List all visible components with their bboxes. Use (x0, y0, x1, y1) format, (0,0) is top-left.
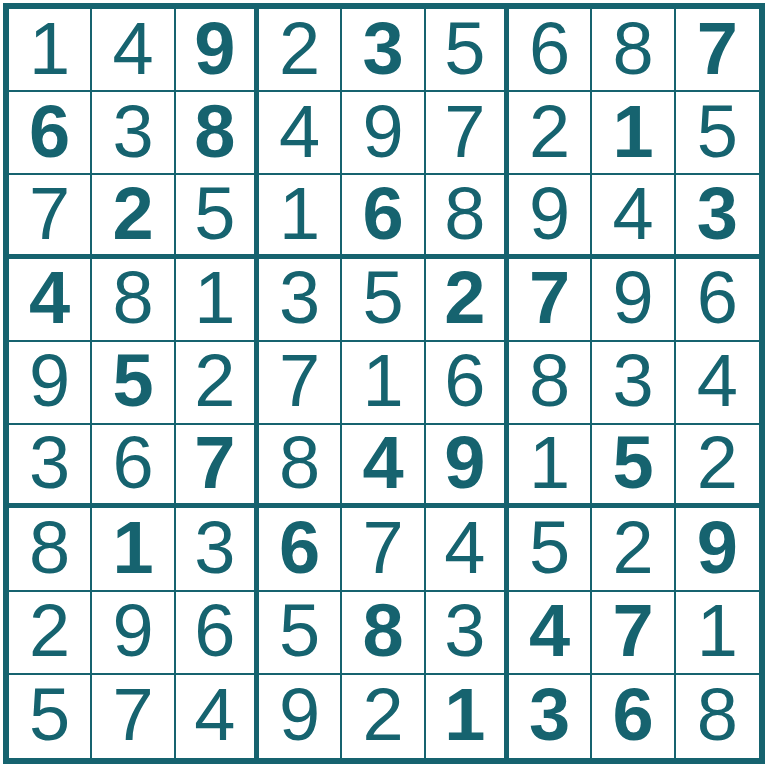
cell-r3c1[interactable]: 7 (9, 175, 92, 258)
cell-digit: 6 (362, 177, 403, 251)
cell-r3c9[interactable]: 3 (676, 175, 759, 258)
cell-r2c9[interactable]: 5 (676, 92, 759, 175)
cell-r8c5[interactable]: 8 (342, 592, 425, 675)
cell-r7c6[interactable]: 4 (426, 508, 509, 591)
cell-digit: 7 (612, 594, 653, 668)
cell-digit: 8 (279, 426, 320, 500)
cell-digit: 6 (529, 12, 570, 86)
cell-digit: 9 (279, 678, 320, 752)
cell-digit: 4 (279, 95, 320, 169)
cell-r9c2[interactable]: 7 (92, 675, 175, 758)
cell-r2c3[interactable]: 8 (176, 92, 259, 175)
cell-digit: 3 (112, 95, 153, 169)
cell-digit: 7 (279, 344, 320, 418)
cell-digit: 7 (697, 12, 738, 86)
cell-digit: 8 (362, 594, 403, 668)
cell-digit: 5 (612, 426, 653, 500)
cell-digit: 2 (697, 426, 738, 500)
cell-r3c7[interactable]: 9 (509, 175, 592, 258)
cell-r4c3[interactable]: 1 (176, 259, 259, 342)
cell-digit: 4 (29, 261, 70, 335)
cell-r6c6[interactable]: 9 (426, 425, 509, 508)
cell-digit: 3 (362, 12, 403, 86)
cell-r2c5[interactable]: 9 (342, 92, 425, 175)
cell-digit: 5 (362, 261, 403, 335)
cell-digit: 3 (612, 344, 653, 418)
cell-r3c8[interactable]: 4 (592, 175, 675, 258)
cell-r4c7[interactable]: 7 (509, 259, 592, 342)
cell-digit: 4 (362, 426, 403, 500)
cell-digit: 1 (697, 594, 738, 668)
cell-r4c9[interactable]: 6 (676, 259, 759, 342)
cell-digit: 5 (29, 678, 70, 752)
cell-r2c6[interactable]: 7 (426, 92, 509, 175)
cell-r7c3[interactable]: 3 (176, 508, 259, 591)
cell-r7c1[interactable]: 8 (9, 508, 92, 591)
cell-r1c3[interactable]: 9 (176, 9, 259, 92)
cell-r8c7[interactable]: 4 (509, 592, 592, 675)
cell-r8c3[interactable]: 6 (176, 592, 259, 675)
cell-r1c4[interactable]: 2 (259, 9, 342, 92)
cell-digit: 2 (279, 12, 320, 86)
cell-digit: 6 (697, 261, 738, 335)
cell-digit: 4 (697, 344, 738, 418)
cell-digit: 7 (194, 426, 235, 500)
cell-digit: 9 (194, 12, 235, 86)
cell-digit: 1 (529, 426, 570, 500)
cell-r3c3[interactable]: 5 (176, 175, 259, 258)
cell-r1c7[interactable]: 6 (509, 9, 592, 92)
cell-digit: 6 (279, 511, 320, 585)
cell-r2c2[interactable]: 3 (92, 92, 175, 175)
cell-r2c4[interactable]: 4 (259, 92, 342, 175)
cell-digit: 8 (444, 177, 485, 251)
cell-r1c5[interactable]: 3 (342, 9, 425, 92)
cell-r1c9[interactable]: 7 (676, 9, 759, 92)
cell-digit: 7 (444, 95, 485, 169)
cell-r5c1[interactable]: 9 (9, 342, 92, 425)
cell-digit: 5 (444, 12, 485, 86)
cell-digit: 3 (29, 426, 70, 500)
cell-digit: 5 (194, 177, 235, 251)
cell-r5c7[interactable]: 8 (509, 342, 592, 425)
cell-digit: 9 (362, 95, 403, 169)
cell-r1c1[interactable]: 1 (9, 9, 92, 92)
cell-r1c2[interactable]: 4 (92, 9, 175, 92)
cell-r5c8[interactable]: 3 (592, 342, 675, 425)
cell-r3c2[interactable]: 2 (92, 175, 175, 258)
cell-digit: 3 (444, 594, 485, 668)
cell-r6c8[interactable]: 5 (592, 425, 675, 508)
cell-digit: 2 (612, 511, 653, 585)
cell-digit: 8 (529, 344, 570, 418)
cell-digit: 8 (612, 12, 653, 86)
cell-digit: 8 (697, 678, 738, 752)
cell-digit: 9 (112, 594, 153, 668)
cell-digit: 3 (279, 261, 320, 335)
cell-r9c9[interactable]: 8 (676, 675, 759, 758)
cell-r8c9[interactable]: 1 (676, 592, 759, 675)
cell-r9c8[interactable]: 6 (592, 675, 675, 758)
sudoku-board: 1492356876384972157251689434813527969527… (3, 3, 765, 764)
cell-r1c8[interactable]: 8 (592, 9, 675, 92)
cell-r8c2[interactable]: 9 (92, 592, 175, 675)
cell-digit: 4 (444, 511, 485, 585)
cell-r9c7[interactable]: 3 (509, 675, 592, 758)
cell-digit: 2 (112, 177, 153, 251)
cell-digit: 5 (112, 344, 153, 418)
cell-digit: 1 (612, 95, 653, 169)
cell-r5c3[interactable]: 2 (176, 342, 259, 425)
cell-digit: 1 (29, 12, 70, 86)
cell-r5c2[interactable]: 5 (92, 342, 175, 425)
cell-digit: 7 (362, 511, 403, 585)
cell-digit: 5 (697, 95, 738, 169)
cell-digit: 6 (194, 594, 235, 668)
cell-digit: 7 (29, 177, 70, 251)
cell-digit: 9 (697, 511, 738, 585)
cell-r7c7[interactable]: 5 (509, 508, 592, 591)
cell-r7c2[interactable]: 1 (92, 508, 175, 591)
cell-digit: 4 (612, 177, 653, 251)
cell-digit: 1 (279, 177, 320, 251)
cell-digit: 8 (29, 511, 70, 585)
cell-digit: 2 (529, 95, 570, 169)
cell-digit: 6 (444, 344, 485, 418)
cell-digit: 9 (29, 344, 70, 418)
cell-r1c6[interactable]: 5 (426, 9, 509, 92)
cell-digit: 1 (362, 344, 403, 418)
cell-digit: 5 (529, 511, 570, 585)
cell-digit: 6 (612, 678, 653, 752)
sudoku-page: 1492356876384972157251689434813527969527… (0, 0, 768, 767)
cell-digit: 8 (194, 95, 235, 169)
cell-r5c5[interactable]: 1 (342, 342, 425, 425)
cell-digit: 4 (112, 12, 153, 86)
cell-r3c4[interactable]: 1 (259, 175, 342, 258)
cell-r4c6[interactable]: 2 (426, 259, 509, 342)
cell-digit: 9 (529, 177, 570, 251)
cell-digit: 3 (529, 678, 570, 752)
cell-digit: 2 (29, 594, 70, 668)
cell-r6c1[interactable]: 3 (9, 425, 92, 508)
cell-digit: 1 (112, 511, 153, 585)
cell-r7c4[interactable]: 6 (259, 508, 342, 591)
cell-r8c1[interactable]: 2 (9, 592, 92, 675)
cell-r6c4[interactable]: 8 (259, 425, 342, 508)
cell-r6c9[interactable]: 2 (676, 425, 759, 508)
cell-r6c3[interactable]: 7 (176, 425, 259, 508)
cell-digit: 3 (194, 511, 235, 585)
cell-digit: 2 (194, 344, 235, 418)
cell-r9c1[interactable]: 5 (9, 675, 92, 758)
cell-r3c6[interactable]: 8 (426, 175, 509, 258)
cell-digit: 4 (529, 594, 570, 668)
cell-digit: 6 (112, 426, 153, 500)
cell-r8c6[interactable]: 3 (426, 592, 509, 675)
cell-digit: 4 (194, 678, 235, 752)
cell-r9c4[interactable]: 9 (259, 675, 342, 758)
cell-digit: 9 (612, 261, 653, 335)
cell-r9c3[interactable]: 4 (176, 675, 259, 758)
cell-r6c2[interactable]: 6 (92, 425, 175, 508)
cell-digit: 7 (112, 678, 153, 752)
cell-r9c5[interactable]: 2 (342, 675, 425, 758)
cell-digit: 3 (697, 177, 738, 251)
cell-digit: 1 (194, 261, 235, 335)
cell-r5c4[interactable]: 7 (259, 342, 342, 425)
cell-digit: 2 (444, 261, 485, 335)
cell-digit: 9 (444, 426, 485, 500)
cell-digit: 2 (362, 678, 403, 752)
cell-digit: 8 (112, 261, 153, 335)
cell-digit: 1 (444, 678, 485, 752)
cell-r7c9[interactable]: 9 (676, 508, 759, 591)
cell-r8c4[interactable]: 5 (259, 592, 342, 675)
cell-digit: 5 (279, 594, 320, 668)
cell-digit: 6 (29, 95, 70, 169)
cell-r8c8[interactable]: 7 (592, 592, 675, 675)
cell-r4c2[interactable]: 8 (92, 259, 175, 342)
cell-r4c1[interactable]: 4 (9, 259, 92, 342)
cell-r9c6[interactable]: 1 (426, 675, 509, 758)
cell-r4c5[interactable]: 5 (342, 259, 425, 342)
cell-r6c5[interactable]: 4 (342, 425, 425, 508)
cell-r4c4[interactable]: 3 (259, 259, 342, 342)
cell-r2c8[interactable]: 1 (592, 92, 675, 175)
cell-r6c7[interactable]: 1 (509, 425, 592, 508)
cell-r4c8[interactable]: 9 (592, 259, 675, 342)
cell-r3c5[interactable]: 6 (342, 175, 425, 258)
cell-r2c7[interactable]: 2 (509, 92, 592, 175)
cell-digit: 7 (529, 261, 570, 335)
cell-r5c6[interactable]: 6 (426, 342, 509, 425)
cell-r2c1[interactable]: 6 (9, 92, 92, 175)
cell-r7c8[interactable]: 2 (592, 508, 675, 591)
cell-r5c9[interactable]: 4 (676, 342, 759, 425)
cell-r7c5[interactable]: 7 (342, 508, 425, 591)
